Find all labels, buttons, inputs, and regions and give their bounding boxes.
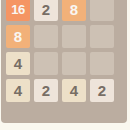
- tile-4: 4: [6, 79, 30, 102]
- empty-cell: [62, 25, 86, 48]
- empty-cell: [62, 52, 86, 75]
- tile-4: 4: [62, 79, 86, 102]
- tile-2: 2: [34, 79, 58, 102]
- empty-cell: [34, 52, 58, 75]
- empty-cell: [34, 25, 58, 48]
- game-2048-screen: 1628844242: [0, 0, 130, 130]
- empty-cell: [90, 0, 114, 21]
- tile-2: 2: [90, 79, 114, 102]
- tile-2: 2: [34, 0, 58, 21]
- board-2048[interactable]: 1628844242: [1, 0, 127, 123]
- tile-16: 16: [6, 0, 30, 21]
- empty-cell: [90, 25, 114, 48]
- tile-4: 4: [6, 52, 30, 75]
- tile-8: 8: [6, 25, 30, 48]
- empty-cell: [90, 52, 114, 75]
- tile-8: 8: [62, 0, 86, 21]
